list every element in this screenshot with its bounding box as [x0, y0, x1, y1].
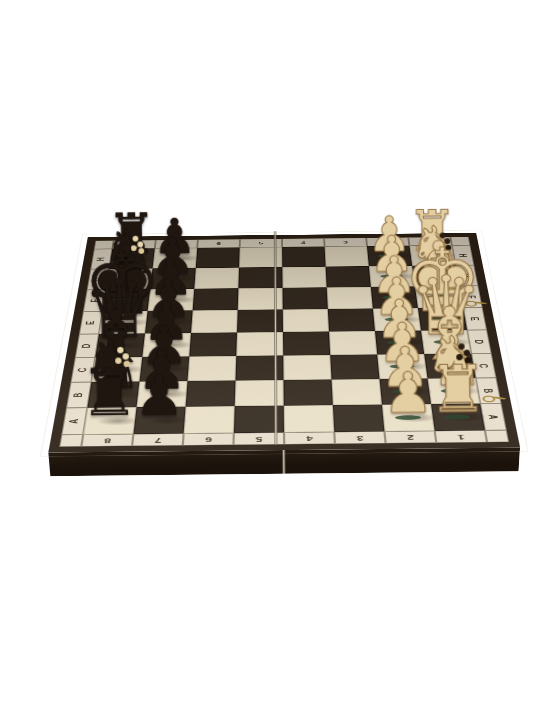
square-g3: [326, 266, 371, 287]
file-label-text: H: [457, 253, 468, 257]
black-pawn: ♟: [134, 367, 185, 424]
rank-label-front-6: 6: [183, 433, 234, 446]
square-e6: [191, 310, 238, 333]
box-front-face: [48, 447, 520, 476]
black-rook: ♜: [80, 360, 139, 426]
square-h7: [152, 248, 197, 268]
rank-label-front-8: 8: [81, 434, 133, 447]
white-pawn: ♟: [383, 365, 434, 422]
square-h3: [325, 246, 369, 266]
rank-label-text: 4: [301, 241, 306, 245]
rank-label-text: 3: [343, 240, 348, 244]
square-f6: [193, 288, 239, 310]
square-g4: [282, 267, 326, 288]
rank-label-text: 6: [216, 242, 221, 246]
square-e4: [283, 309, 329, 332]
square-g2: [369, 266, 415, 287]
folding-chess-box: 87654321HHGGFFEEDDCCBBAA87654321 ♜♞♝♛♚♝♞…: [48, 233, 520, 453]
square-g7: [150, 268, 196, 289]
frame-corner: [485, 430, 509, 442]
rank-label-front-2: 2: [384, 431, 436, 444]
rank-label-front-5: 5: [233, 432, 284, 445]
fold-seam-front-face: [282, 450, 286, 474]
rank-label-front-1: 1: [435, 430, 487, 443]
white-rook: ♜: [429, 356, 488, 422]
square-g6: [194, 268, 239, 289]
file-label-text: H: [96, 257, 107, 261]
rank-label-text: 5: [255, 435, 262, 442]
rank-label-text: 7: [154, 436, 161, 443]
square-e3: [328, 309, 375, 332]
rank-label-text: 2: [407, 434, 414, 441]
rank-label-front-3: 3: [334, 431, 385, 444]
frame-corner: [59, 435, 83, 447]
rank-label-text: 1: [457, 433, 465, 440]
square-f3: [327, 287, 373, 309]
board-perspective-wrapper: 87654321HHGGFFEEDDCCBBAA87654321 ♜♞♝♛♚♝♞…: [68, 117, 498, 547]
square-f4: [283, 287, 328, 309]
rank-label-text: 8: [104, 437, 112, 444]
square-h4: [282, 247, 325, 267]
square-h6: [196, 248, 240, 268]
rank-label-text: 4: [306, 435, 313, 442]
square-h2: [367, 246, 412, 266]
rank-label-front-4: 4: [284, 432, 335, 445]
knight-mane-beads: [459, 344, 465, 350]
rank-label-text: 6: [205, 436, 212, 443]
rank-label-text: 3: [356, 434, 363, 441]
file-label-text: A: [487, 414, 500, 419]
file-label-text: A: [68, 419, 81, 424]
knight-mane-beads: [117, 347, 123, 353]
product-photo: 87654321HHGGFFEEDDCCBBAA87654321 ♜♞♝♛♚♝♞…: [0, 0, 540, 720]
rank-label-text: 5: [259, 241, 264, 245]
rank-label-front-7: 7: [132, 433, 184, 446]
